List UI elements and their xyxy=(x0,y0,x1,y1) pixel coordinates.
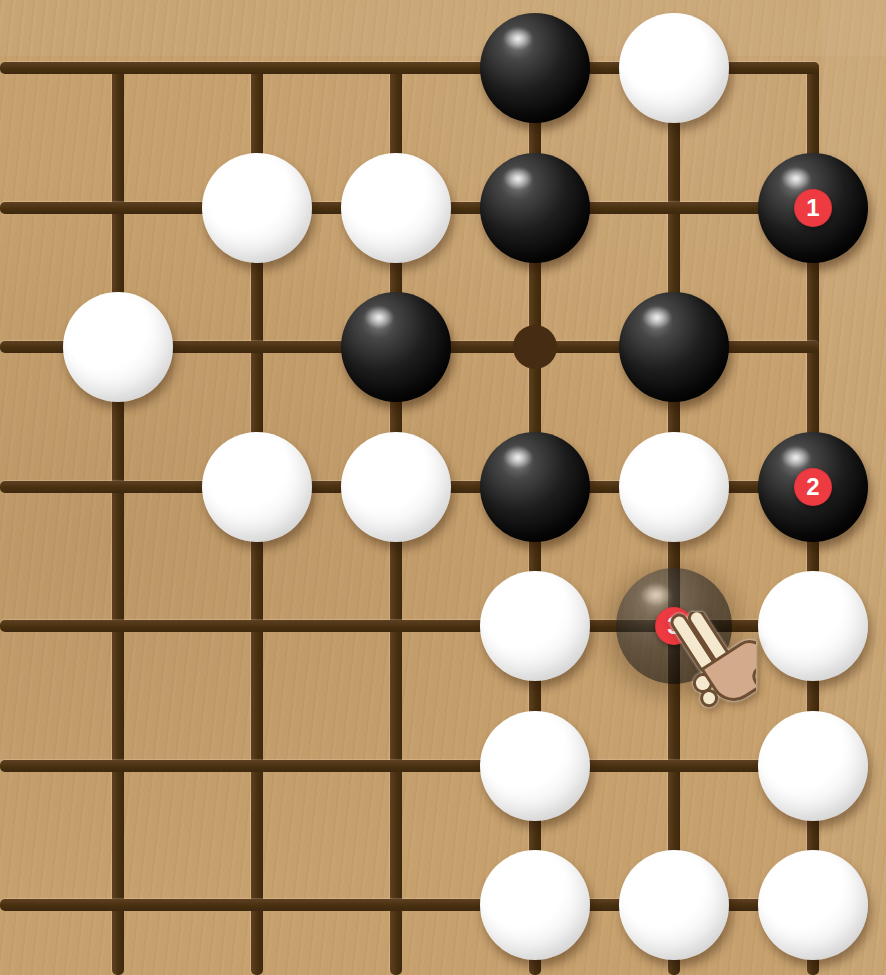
stone-white-c8r1 xyxy=(619,13,729,123)
stone-white-c6r2 xyxy=(341,153,451,263)
board-top-margin-highlight xyxy=(0,0,886,56)
stone-white-c7r5 xyxy=(480,571,590,681)
stone-black-c8r3 xyxy=(619,292,729,402)
go-board[interactable]: 123 xyxy=(0,0,886,975)
stone-black-c7r1 xyxy=(480,13,590,123)
stone-white-c9r5 xyxy=(758,571,868,681)
stone-white-c7r6 xyxy=(480,711,590,821)
stone-white-c6r4 xyxy=(341,432,451,542)
tap-hand-cursor xyxy=(650,612,756,724)
stone-white-c5r2 xyxy=(202,153,312,263)
grid-line-horizontal-row6 xyxy=(0,760,819,772)
stone-white-c8r4 xyxy=(619,432,729,542)
move-number-badge-2: 2 xyxy=(794,468,832,506)
stone-white-c7r7 xyxy=(480,850,590,960)
stone-white-c9r6 xyxy=(758,711,868,821)
star-point xyxy=(513,325,557,369)
stone-black-c7r4 xyxy=(480,432,590,542)
stone-white-c9r7 xyxy=(758,850,868,960)
stone-black-c7r2 xyxy=(480,153,590,263)
stone-white-c5r4 xyxy=(202,432,312,542)
stone-white-c8r7 xyxy=(619,850,729,960)
stone-white-c4r3 xyxy=(63,292,173,402)
stone-black-c6r3 xyxy=(341,292,451,402)
move-number-badge-1: 1 xyxy=(794,189,832,227)
grid-line-vertical-col4 xyxy=(112,62,124,975)
